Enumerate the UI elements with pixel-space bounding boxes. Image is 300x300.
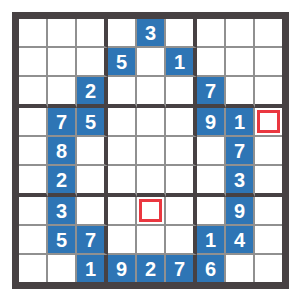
cell-r8c7: 1 [197, 226, 226, 255]
cell-r4c3: 5 [77, 108, 108, 137]
cell-r5c4 [108, 137, 137, 166]
board-frame: 351277591872339571419276 [12, 12, 289, 289]
cell-r7c6 [166, 197, 197, 226]
cell-r5c5 [137, 137, 166, 166]
cell-r7c1 [19, 197, 48, 226]
cell-r8c5 [137, 226, 166, 255]
cell-r9c3: 1 [77, 255, 108, 282]
cell-r5c8: 7 [226, 137, 255, 166]
cell-r9c1 [19, 255, 48, 282]
cell-r7c5[interactable] [137, 197, 166, 226]
cell-r7c9 [255, 197, 282, 226]
cell-digit: 5 [85, 112, 96, 132]
cell-r9c5: 2 [137, 255, 166, 282]
cell-r2c5 [137, 48, 166, 77]
cell-r6c5 [137, 166, 166, 197]
cell-r6c4 [108, 166, 137, 197]
cell-r3c2 [48, 77, 77, 108]
cell-r4c7: 9 [197, 108, 226, 137]
cell-r1c2 [48, 19, 77, 48]
cell-r5c7 [197, 137, 226, 166]
cell-r6c2: 2 [48, 166, 77, 197]
cell-r2c4: 5 [108, 48, 137, 77]
cell-r6c1 [19, 166, 48, 197]
cell-r5c9 [255, 137, 282, 166]
cell-r4c8: 1 [226, 108, 255, 137]
cell-r5c3 [77, 137, 108, 166]
cell-r1c4 [108, 19, 137, 48]
cell-r8c2: 5 [48, 226, 77, 255]
cell-r1c3 [77, 19, 108, 48]
cell-r2c1 [19, 48, 48, 77]
cell-r9c7: 6 [197, 255, 226, 282]
cell-r3c9 [255, 77, 282, 108]
cell-r6c6 [166, 166, 197, 197]
cell-r2c3 [77, 48, 108, 77]
cell-digit: 5 [116, 52, 127, 72]
cell-r2c7 [197, 48, 226, 77]
cell-digit: 2 [85, 81, 96, 101]
cell-digit: 7 [85, 230, 96, 250]
cell-digit: 8 [56, 141, 67, 161]
cell-r7c2: 3 [48, 197, 77, 226]
cell-digit: 3 [56, 201, 67, 221]
target-outline [139, 199, 162, 222]
cell-r4c6 [166, 108, 197, 137]
cell-r1c8 [226, 19, 255, 48]
cell-r1c5: 3 [137, 19, 166, 48]
target-outline [257, 110, 280, 133]
cell-r2c8 [226, 48, 255, 77]
cell-digit: 6 [205, 259, 216, 279]
cell-r2c6: 1 [166, 48, 197, 77]
cell-digit: 2 [145, 259, 156, 279]
cell-r3c7: 7 [197, 77, 226, 108]
cell-r6c8: 3 [226, 166, 255, 197]
cell-r3c6 [166, 77, 197, 108]
cell-r5c6 [166, 137, 197, 166]
cell-r7c7 [197, 197, 226, 226]
cell-r1c9 [255, 19, 282, 48]
cell-r9c6: 7 [166, 255, 197, 282]
cell-digit: 9 [205, 112, 216, 132]
cell-r9c4: 9 [108, 255, 137, 282]
cell-digit: 7 [174, 259, 185, 279]
cell-r8c1 [19, 226, 48, 255]
cell-r3c8 [226, 77, 255, 108]
cell-r8c9 [255, 226, 282, 255]
cell-r3c4 [108, 77, 137, 108]
cell-digit: 7 [56, 112, 67, 132]
cell-r6c9 [255, 166, 282, 197]
cell-r9c8 [226, 255, 255, 282]
cell-digit: 7 [205, 81, 216, 101]
cell-digit: 9 [234, 201, 245, 221]
cell-digit: 1 [174, 52, 185, 72]
cell-r3c1 [19, 77, 48, 108]
cell-r4c4 [108, 108, 137, 137]
cell-r2c9 [255, 48, 282, 77]
cell-r4c2: 7 [48, 108, 77, 137]
cell-digit: 4 [234, 230, 245, 250]
cell-r4c5 [137, 108, 166, 137]
cell-r8c8: 4 [226, 226, 255, 255]
cell-r7c3 [77, 197, 108, 226]
cell-r3c5 [137, 77, 166, 108]
cell-r7c8: 9 [226, 197, 255, 226]
cell-digit: 2 [56, 170, 67, 190]
cell-r1c6 [166, 19, 197, 48]
cell-digit: 1 [205, 230, 216, 250]
cell-r9c2 [48, 255, 77, 282]
cell-r4c1 [19, 108, 48, 137]
cell-r6c3 [77, 166, 108, 197]
cell-digit: 1 [85, 259, 96, 279]
cell-r8c3: 7 [77, 226, 108, 255]
cell-r3c3: 2 [77, 77, 108, 108]
cell-digit: 9 [116, 259, 127, 279]
cell-digit: 3 [234, 170, 245, 190]
cell-r5c1 [19, 137, 48, 166]
cell-r1c1 [19, 19, 48, 48]
cell-r6c7 [197, 166, 226, 197]
cell-r4c9[interactable] [255, 108, 282, 137]
cell-r2c2 [48, 48, 77, 77]
cell-r8c6 [166, 226, 197, 255]
cell-digit: 5 [56, 230, 67, 250]
cell-digit: 3 [145, 23, 156, 43]
cell-digit: 1 [234, 112, 245, 132]
cell-r1c7 [197, 19, 226, 48]
cell-r8c4 [108, 226, 137, 255]
puzzle-grid: 351277591872339571419276 [19, 19, 282, 282]
cell-r9c9 [255, 255, 282, 282]
cell-r5c2: 8 [48, 137, 77, 166]
cell-digit: 7 [234, 141, 245, 161]
cell-r7c4 [108, 197, 137, 226]
